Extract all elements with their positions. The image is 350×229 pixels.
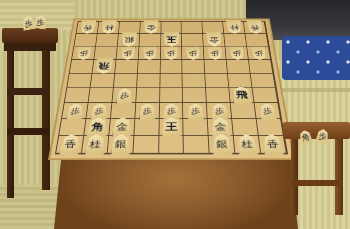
shogi-piece-sente[interactable]: 歩 xyxy=(90,103,109,120)
shogi-piece-sente[interactable]: 金 xyxy=(211,117,232,136)
table-stretcher xyxy=(7,128,50,135)
shogi-piece-sente[interactable]: 角 xyxy=(86,117,108,136)
shogi-piece-sente[interactable]: 桂 xyxy=(84,134,106,154)
left-side-table xyxy=(0,26,60,201)
shogi-piece-gote[interactable]: 歩 xyxy=(207,46,223,60)
shogi-piece-gote[interactable]: 銀 xyxy=(120,32,138,47)
shogi-piece-sente[interactable]: 金 xyxy=(112,117,133,136)
shogi-piece-sente[interactable]: 王 xyxy=(161,117,181,136)
shogi-piece-gote[interactable]: 金 xyxy=(142,20,159,34)
shogi-board[interactable]: 香桂金桂香銀玉金歩歩歩歩歩歩歩歩飛歩飛歩歩歩歩歩歩歩角金王金香桂銀銀桂香 xyxy=(48,19,295,160)
table-leg xyxy=(291,139,298,215)
board-grid[interactable]: 香桂金桂香銀玉金歩歩歩歩歩歩歩歩飛歩飛歩歩歩歩歩歩歩角金王金香桂銀銀桂香 xyxy=(55,21,288,154)
board-perspective-wrap: 香桂金桂香銀玉金歩歩歩歩歩歩歩歩飛歩飛歩歩歩歩歩歩歩角金王金香桂銀銀桂香 xyxy=(48,19,295,160)
table-leg xyxy=(335,139,343,215)
photo-scene: 香桂金桂香銀玉金歩歩歩歩歩歩歩歩飛歩飛歩歩歩歩歩歩歩角金王金香桂銀銀桂香 角歩歩… xyxy=(0,0,350,229)
shogi-piece-gote[interactable]: 香 xyxy=(246,20,264,34)
shogi-piece-gote[interactable]: 歩 xyxy=(229,46,246,60)
table-leg xyxy=(7,50,14,198)
shogi-piece-gote[interactable]: 香 xyxy=(79,20,97,34)
table-apron xyxy=(4,43,56,51)
gote-komadai-stand[interactable] xyxy=(2,28,58,43)
sente-komadai-stand[interactable] xyxy=(283,122,350,139)
shogi-piece-sente[interactable]: 香 xyxy=(261,134,284,154)
shogi-piece-sente[interactable]: 香 xyxy=(59,134,82,154)
shogi-piece-sente[interactable]: 歩 xyxy=(211,103,229,120)
right-side-table xyxy=(283,122,350,217)
shogi-piece-sente[interactable]: 歩 xyxy=(187,103,204,120)
shogi-piece-gote[interactable]: 歩 xyxy=(75,46,92,60)
table-stretcher xyxy=(7,88,50,95)
table-stretcher xyxy=(291,180,343,186)
shogi-piece-gote[interactable]: 金 xyxy=(205,32,223,47)
shogi-piece-sente[interactable]: 飛 xyxy=(231,86,252,104)
shogi-piece-sente[interactable]: 歩 xyxy=(65,103,84,120)
shogi-piece-gote[interactable]: 歩 xyxy=(142,46,158,60)
shogi-piece-sente[interactable]: 銀 xyxy=(110,134,131,154)
floor-cushion xyxy=(282,36,350,80)
shogi-piece-gote[interactable]: 桂 xyxy=(225,20,243,34)
shogi-piece-gote[interactable]: 玉 xyxy=(163,32,181,47)
shogi-piece-sente[interactable]: 歩 xyxy=(258,103,277,120)
shogi-piece-sente[interactable]: 桂 xyxy=(236,134,258,154)
shogi-piece-gote[interactable]: 歩 xyxy=(186,46,202,60)
shogi-piece-sente[interactable]: 歩 xyxy=(139,103,156,120)
shogi-piece-gote[interactable]: 歩 xyxy=(164,46,179,60)
shogi-piece-gote[interactable]: 飛 xyxy=(94,58,114,74)
shogi-piece-sente[interactable]: 銀 xyxy=(212,134,233,154)
shogi-piece-gote[interactable]: 歩 xyxy=(250,46,267,60)
table-leg xyxy=(42,50,50,190)
shogi-piece-sente[interactable]: 歩 xyxy=(116,88,134,104)
shogi-piece-gote[interactable]: 歩 xyxy=(119,46,135,60)
shogi-piece-gote[interactable]: 桂 xyxy=(100,20,118,34)
board-body-front-face xyxy=(54,157,298,229)
